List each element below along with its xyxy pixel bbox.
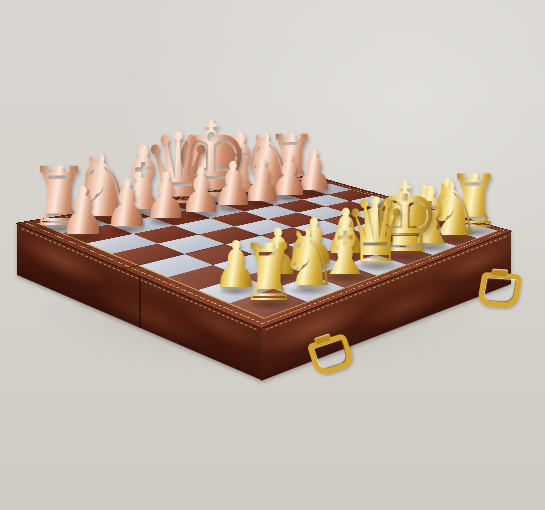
clasp-ring-icon (477, 272, 523, 308)
clasp-plate (491, 269, 508, 277)
fold-seam (139, 275, 141, 328)
product-photo-scene: ♜♞♟♝♟♚♟♛♟♝♟♞♟♟♜♟♟♜♟♟♞♟♝♟♚♛♟♝♟♞♟♜ (0, 0, 545, 510)
right-clasp[interactable] (474, 268, 527, 309)
